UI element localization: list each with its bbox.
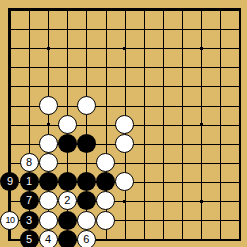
intersection-2-3[interactable] — [39, 58, 58, 77]
intersection-7-11[interactable] — [134, 210, 153, 229]
intersection-11-5[interactable] — [210, 96, 229, 115]
intersection-9-9[interactable] — [172, 172, 191, 191]
white-stone — [77, 211, 96, 230]
intersection-12-9[interactable] — [230, 172, 247, 191]
intersection-12-11[interactable] — [230, 210, 247, 229]
white-stone — [96, 191, 115, 210]
black-stone — [77, 191, 96, 210]
black-stone-move-7: 7 — [20, 191, 39, 210]
intersection-8-2[interactable] — [153, 39, 172, 58]
intersection-9-2[interactable] — [172, 39, 191, 58]
move-number-label: 8 — [26, 157, 32, 168]
intersection-7-2[interactable] — [134, 39, 153, 58]
intersection-8-12[interactable] — [153, 230, 172, 247]
black-stone-move-1: 1 — [20, 172, 39, 191]
intersection-11-9[interactable] — [210, 172, 229, 191]
intersection-9-4[interactable] — [172, 77, 191, 96]
intersection-5-0[interactable] — [96, 0, 115, 19]
intersection-4-4[interactable] — [77, 77, 96, 96]
white-stone — [58, 115, 77, 134]
intersection-0-1[interactable] — [0, 20, 19, 39]
black-stone — [58, 172, 77, 191]
intersection-8-5[interactable] — [153, 96, 172, 115]
intersection-2-7[interactable] — [39, 134, 58, 153]
white-stone-move-8: 8 — [20, 153, 39, 172]
white-stone — [77, 96, 96, 115]
intersection-2-6[interactable] — [39, 115, 58, 134]
intersection-1-11[interactable]: 3 — [20, 210, 39, 229]
intersection-11-10[interactable] — [210, 191, 229, 210]
intersection-9-5[interactable] — [172, 96, 191, 115]
intersection-3-5[interactable] — [58, 96, 77, 115]
move-number-label: 9 — [7, 176, 13, 187]
black-stone — [58, 230, 77, 247]
intersection-7-0[interactable] — [134, 0, 153, 19]
intersection-6-10[interactable] — [115, 191, 134, 210]
intersection-2-1[interactable] — [39, 20, 58, 39]
intersection-1-2[interactable] — [20, 39, 39, 58]
intersection-0-3[interactable] — [0, 58, 19, 77]
intersection-3-8[interactable] — [58, 153, 77, 172]
intersection-12-2[interactable] — [230, 39, 247, 58]
intersection-11-1[interactable] — [210, 20, 229, 39]
intersection-11-12[interactable] — [210, 230, 229, 247]
intersection-2-4[interactable] — [39, 77, 58, 96]
white-stone — [39, 134, 58, 153]
intersection-6-8[interactable] — [115, 153, 134, 172]
intersection-3-10[interactable]: 2 — [58, 191, 77, 210]
intersection-9-1[interactable] — [172, 20, 191, 39]
move-number-label: 2 — [64, 195, 70, 206]
white-stone — [39, 191, 58, 210]
white-stone-move-2: 2 — [58, 191, 77, 210]
intersection-8-4[interactable] — [153, 77, 172, 96]
intersection-6-2[interactable] — [115, 39, 134, 58]
move-number-label: 3 — [26, 215, 32, 226]
intersection-6-9[interactable] — [115, 172, 134, 191]
intersection-4-0[interactable] — [77, 0, 96, 19]
intersection-10-5[interactable] — [191, 96, 210, 115]
black-stone — [77, 134, 96, 153]
intersection-0-6[interactable] — [0, 115, 19, 134]
intersection-4-2[interactable] — [77, 39, 96, 58]
white-stone — [39, 96, 58, 115]
intersection-10-2[interactable] — [191, 39, 210, 58]
intersection-6-4[interactable] — [115, 77, 134, 96]
intersection-11-3[interactable] — [210, 58, 229, 77]
intersection-0-10[interactable] — [0, 191, 19, 210]
move-number-label: 1 — [26, 176, 32, 187]
black-stone-move-5: 5 — [20, 230, 39, 247]
intersection-0-0[interactable] — [0, 0, 19, 19]
white-stone — [115, 172, 134, 191]
intersection-10-6[interactable] — [191, 115, 210, 134]
black-stone — [58, 211, 77, 230]
intersection-12-4[interactable] — [230, 77, 247, 96]
intersection-9-12[interactable] — [172, 230, 191, 247]
intersection-1-7[interactable] — [20, 134, 39, 153]
intersection-2-11[interactable] — [39, 210, 58, 229]
intersection-7-5[interactable] — [134, 96, 153, 115]
move-number-label: 7 — [26, 195, 32, 206]
intersection-12-1[interactable] — [230, 20, 247, 39]
intersection-10-9[interactable] — [191, 172, 210, 191]
intersection-9-6[interactable] — [172, 115, 191, 134]
intersection-5-1[interactable] — [96, 20, 115, 39]
intersection-9-3[interactable] — [172, 58, 191, 77]
intersection-8-1[interactable] — [153, 20, 172, 39]
move-number-label: 10 — [5, 216, 14, 225]
intersection-4-7[interactable] — [77, 134, 96, 153]
intersection-2-2[interactable] — [39, 39, 58, 58]
move-number-label: 4 — [45, 234, 51, 245]
intersection-12-0[interactable] — [230, 0, 247, 19]
intersection-12-12[interactable] — [230, 230, 247, 247]
intersection-4-5[interactable] — [77, 96, 96, 115]
intersection-6-0[interactable] — [115, 0, 134, 19]
intersection-4-11[interactable] — [77, 210, 96, 229]
intersection-9-11[interactable] — [172, 210, 191, 229]
white-stone — [96, 153, 115, 172]
white-stone-move-4: 4 — [39, 230, 58, 247]
intersection-0-2[interactable] — [0, 39, 19, 58]
intersection-4-8[interactable] — [77, 153, 96, 172]
intersection-8-8[interactable] — [153, 153, 172, 172]
intersection-6-7[interactable] — [115, 134, 134, 153]
intersection-10-12[interactable] — [191, 230, 210, 247]
intersection-11-8[interactable] — [210, 153, 229, 172]
intersection-6-11[interactable] — [115, 210, 134, 229]
intersection-10-8[interactable] — [191, 153, 210, 172]
intersection-5-11[interactable] — [96, 210, 115, 229]
intersection-8-6[interactable] — [153, 115, 172, 134]
intersection-1-4[interactable] — [20, 77, 39, 96]
intersection-10-0[interactable] — [191, 0, 210, 19]
intersection-3-7[interactable] — [58, 134, 77, 153]
white-stone-move-10: 10 — [0, 211, 19, 230]
intersection-7-10[interactable] — [134, 191, 153, 210]
intersection-1-8[interactable]: 8 — [20, 153, 39, 172]
intersection-10-7[interactable] — [191, 134, 210, 153]
intersection-1-9[interactable]: 1 — [20, 172, 39, 191]
intersection-9-10[interactable] — [172, 191, 191, 210]
intersection-12-7[interactable] — [230, 134, 247, 153]
intersection-0-9[interactable]: 9 — [0, 172, 19, 191]
intersection-5-3[interactable] — [96, 58, 115, 77]
intersection-5-12[interactable] — [96, 230, 115, 247]
intersection-3-4[interactable] — [58, 77, 77, 96]
intersection-6-12[interactable] — [115, 230, 134, 247]
intersection-5-4[interactable] — [96, 77, 115, 96]
intersection-12-10[interactable] — [230, 191, 247, 210]
intersection-7-12[interactable] — [134, 230, 153, 247]
intersection-8-0[interactable] — [153, 0, 172, 19]
intersection-7-4[interactable] — [134, 77, 153, 96]
intersection-12-6[interactable] — [230, 115, 247, 134]
intersection-3-3[interactable] — [58, 58, 77, 77]
intersection-12-3[interactable] — [230, 58, 247, 77]
intersection-0-4[interactable] — [0, 77, 19, 96]
intersection-0-12[interactable] — [0, 230, 19, 247]
intersection-2-5[interactable] — [39, 96, 58, 115]
intersection-4-6[interactable] — [77, 115, 96, 134]
intersection-11-7[interactable] — [210, 134, 229, 153]
intersection-1-3[interactable] — [20, 58, 39, 77]
intersection-9-7[interactable] — [172, 134, 191, 153]
intersection-1-6[interactable] — [20, 115, 39, 134]
intersection-5-2[interactable] — [96, 39, 115, 58]
intersection-2-10[interactable] — [39, 191, 58, 210]
black-stone — [58, 134, 77, 153]
intersection-6-1[interactable] — [115, 20, 134, 39]
intersection-1-5[interactable] — [20, 96, 39, 115]
intersection-8-3[interactable] — [153, 58, 172, 77]
intersection-5-6[interactable] — [96, 115, 115, 134]
intersection-4-9[interactable] — [77, 172, 96, 191]
intersection-2-0[interactable] — [39, 0, 58, 19]
intersection-8-11[interactable] — [153, 210, 172, 229]
intersection-12-5[interactable] — [230, 96, 247, 115]
intersection-1-12[interactable]: 5 — [20, 230, 39, 247]
intersection-11-11[interactable] — [210, 210, 229, 229]
intersection-0-5[interactable] — [0, 96, 19, 115]
go-board[interactable]: 89172103546 — [0, 0, 247, 247]
intersection-11-0[interactable] — [210, 0, 229, 19]
intersection-7-6[interactable] — [134, 115, 153, 134]
intersection-10-4[interactable] — [191, 77, 210, 96]
intersection-2-8[interactable] — [39, 153, 58, 172]
intersection-1-0[interactable] — [20, 0, 39, 19]
intersection-5-7[interactable] — [96, 134, 115, 153]
intersection-6-3[interactable] — [115, 58, 134, 77]
intersection-7-9[interactable] — [134, 172, 153, 191]
intersection-6-5[interactable] — [115, 96, 134, 115]
intersection-9-8[interactable] — [172, 153, 191, 172]
intersection-11-6[interactable] — [210, 115, 229, 134]
intersection-3-9[interactable] — [58, 172, 77, 191]
intersection-8-9[interactable] — [153, 172, 172, 191]
black-stone-move-3: 3 — [20, 211, 39, 230]
intersection-5-8[interactable] — [96, 153, 115, 172]
intersection-11-4[interactable] — [210, 77, 229, 96]
intersection-4-1[interactable] — [77, 20, 96, 39]
black-stone — [96, 172, 115, 191]
move-number-label: 5 — [26, 234, 32, 245]
intersection-7-8[interactable] — [134, 153, 153, 172]
intersection-3-1[interactable] — [58, 20, 77, 39]
intersection-9-0[interactable] — [172, 0, 191, 19]
intersection-10-11[interactable] — [191, 210, 210, 229]
intersection-10-3[interactable] — [191, 58, 210, 77]
move-number-label: 6 — [83, 234, 89, 245]
white-stone-move-6: 6 — [77, 230, 96, 247]
black-stone — [39, 172, 58, 191]
intersection-11-2[interactable] — [210, 39, 229, 58]
go-board-diagram: 89172103546 — [0, 0, 247, 247]
intersection-2-9[interactable] — [39, 172, 58, 191]
intersection-4-3[interactable] — [77, 58, 96, 77]
intersection-7-1[interactable] — [134, 20, 153, 39]
white-stone — [115, 134, 134, 153]
intersection-3-11[interactable] — [58, 210, 77, 229]
intersection-3-2[interactable] — [58, 39, 77, 58]
black-stone-move-9: 9 — [0, 172, 19, 191]
intersection-10-10[interactable] — [191, 191, 210, 210]
intersection-4-12[interactable]: 6 — [77, 230, 96, 247]
intersection-5-5[interactable] — [96, 96, 115, 115]
intersection-7-7[interactable] — [134, 134, 153, 153]
intersection-5-9[interactable] — [96, 172, 115, 191]
intersection-12-8[interactable] — [230, 153, 247, 172]
intersection-2-12[interactable]: 4 — [39, 230, 58, 247]
intersection-3-0[interactable] — [58, 0, 77, 19]
intersection-0-7[interactable] — [0, 134, 19, 153]
intersection-5-10[interactable] — [96, 191, 115, 210]
intersection-6-6[interactable] — [115, 115, 134, 134]
intersection-8-7[interactable] — [153, 134, 172, 153]
intersection-7-3[interactable] — [134, 58, 153, 77]
white-stone — [39, 211, 58, 230]
intersection-4-10[interactable] — [77, 191, 96, 210]
intersection-8-10[interactable] — [153, 191, 172, 210]
black-stone — [77, 172, 96, 191]
intersection-3-12[interactable] — [58, 230, 77, 247]
intersection-10-1[interactable] — [191, 20, 210, 39]
white-stone — [115, 115, 134, 134]
white-stone — [96, 211, 115, 230]
intersection-1-1[interactable] — [20, 20, 39, 39]
intersection-1-10[interactable]: 7 — [20, 191, 39, 210]
white-stone — [39, 153, 58, 172]
intersection-0-11[interactable]: 10 — [0, 210, 19, 229]
intersection-3-6[interactable] — [58, 115, 77, 134]
intersection-0-8[interactable] — [0, 153, 19, 172]
